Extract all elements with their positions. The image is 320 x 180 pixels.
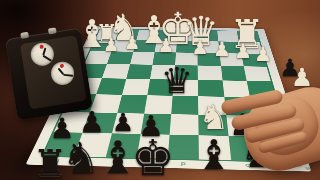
clock-flag-icon: [59, 64, 64, 69]
clock-flag-icon: [39, 45, 44, 50]
piece-white-knight-d7[interactable]: ♞: [199, 100, 229, 134]
piece-white-pawn-g2[interactable]: ♟: [124, 34, 140, 52]
piece-black-rook-a8[interactable]: ♜: [275, 136, 306, 171]
captured-white-pawn-offboard-right: ♟: [291, 65, 313, 90]
piece-white-pawn-h2[interactable]: ♟: [103, 36, 119, 54]
clock-minute-hand: [42, 54, 51, 61]
piece-white-pawn-d2[interactable]: ♟: [191, 38, 208, 57]
piece-white-pawn-b2[interactable]: ♟: [234, 41, 252, 61]
piece-black-queen-d5[interactable]: ♛: [161, 63, 193, 99]
piece-black-knight-b8[interactable]: ♞: [240, 136, 273, 173]
piece-white-pawn-c2[interactable]: ♟: [213, 39, 231, 59]
piece-black-knight-g8[interactable]: ♞: [62, 137, 101, 180]
piece-black-bishop-c8[interactable]: ♝: [196, 135, 233, 176]
piece-white-pawn-a2[interactable]: ♟: [254, 44, 272, 64]
chess-clock[interactable]: [5, 28, 93, 121]
piece-white-pawn-f2[interactable]: ♟: [157, 36, 174, 55]
clock-button-right[interactable]: [48, 27, 57, 34]
chess-photo-scene: h g f e d c b a ® ♜♞♝♝♚♛♜♟♟♟♟♟♟♟♟♟♛♞♟♟♟♟…: [0, 0, 320, 180]
clock-button-left[interactable]: [20, 32, 29, 39]
piece-black-king-e8[interactable]: ♚: [131, 134, 175, 180]
clock-minute-hand: [63, 73, 73, 76]
